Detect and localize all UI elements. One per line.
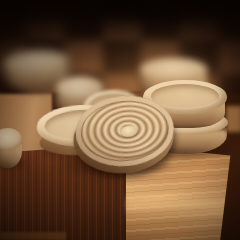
checkers-photo-scene [0,0,240,240]
key-light-glow [30,0,240,175]
left-edge-piece [0,128,22,168]
